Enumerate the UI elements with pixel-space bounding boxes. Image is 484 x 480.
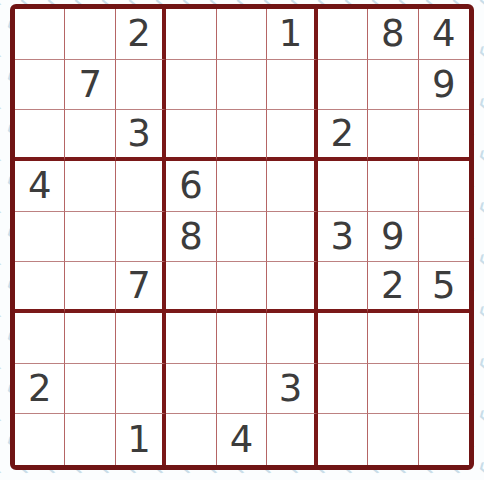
chevron-pattern-glyph: ❮ <box>0 97 3 110</box>
chevron-pattern-glyph: ❮ <box>0 149 3 162</box>
cell-r8c3[interactable] <box>116 364 166 415</box>
cell-r3c7[interactable]: 2 <box>318 110 368 161</box>
cell-r4c5[interactable] <box>217 161 267 212</box>
cell-r2c8[interactable] <box>368 60 418 111</box>
cell-r5c5[interactable] <box>217 212 267 263</box>
cell-r9c4[interactable] <box>166 414 216 465</box>
cell-r6c5[interactable] <box>217 262 267 313</box>
chevron-pattern-glyph: ❮ <box>477 149 484 162</box>
chevron-pattern-glyph: ❮ <box>477 0 484 6</box>
cell-r2c5[interactable] <box>217 60 267 111</box>
cell-r2c4[interactable] <box>166 60 216 111</box>
cell-r8c7[interactable] <box>318 364 368 415</box>
chevron-pattern-glyph: ❮ <box>0 461 3 474</box>
cell-r7c5[interactable] <box>217 313 267 364</box>
chevron-pattern-glyph: ❮ <box>0 253 3 266</box>
chevron-pattern-glyph: ❮ <box>0 305 3 318</box>
cell-r7c1[interactable] <box>15 313 65 364</box>
cell-r8c1[interactable]: 2 <box>15 364 65 415</box>
cell-r7c4[interactable] <box>166 313 216 364</box>
cell-r9c1[interactable] <box>15 414 65 465</box>
cell-r9c6[interactable] <box>267 414 317 465</box>
cell-r1c9[interactable]: 4 <box>419 9 469 60</box>
chevron-pattern-glyph: ❮ <box>477 357 484 370</box>
chevron-pattern-glyph: ❮ <box>477 461 484 474</box>
cell-r9c5[interactable]: 4 <box>217 414 267 465</box>
cell-r2c1[interactable] <box>15 60 65 111</box>
cell-r3c2[interactable] <box>65 110 115 161</box>
chevron-pattern-glyph: ❮ <box>477 409 484 422</box>
chevron-pattern-glyph: ❮ <box>477 253 484 266</box>
cell-r2c9[interactable]: 9 <box>419 60 469 111</box>
cell-r8c4[interactable] <box>166 364 216 415</box>
cell-r1c8[interactable]: 8 <box>368 9 418 60</box>
cell-r6c7[interactable] <box>318 262 368 313</box>
cell-r2c7[interactable] <box>318 60 368 111</box>
cell-r1c1[interactable] <box>15 9 65 60</box>
cell-r9c7[interactable] <box>318 414 368 465</box>
cell-r8c8[interactable] <box>368 364 418 415</box>
cell-r3c4[interactable] <box>166 110 216 161</box>
cell-r7c6[interactable] <box>267 313 317 364</box>
cell-r8c9[interactable] <box>419 364 469 415</box>
cell-r3c5[interactable] <box>217 110 267 161</box>
cell-r4c7[interactable] <box>318 161 368 212</box>
chevron-pattern-glyph: ❮ <box>0 357 3 370</box>
cell-r9c9[interactable] <box>419 414 469 465</box>
cell-r3c9[interactable] <box>419 110 469 161</box>
cell-r3c6[interactable] <box>267 110 317 161</box>
cell-r7c7[interactable] <box>318 313 368 364</box>
cell-r1c5[interactable] <box>217 9 267 60</box>
cell-r1c4[interactable] <box>166 9 216 60</box>
chevron-pattern-glyph: ❮ <box>0 45 3 58</box>
cell-r8c5[interactable] <box>217 364 267 415</box>
cell-r2c3[interactable] <box>116 60 166 111</box>
cell-r6c4[interactable] <box>166 262 216 313</box>
cell-r7c9[interactable] <box>419 313 469 364</box>
cell-r4c4[interactable]: 6 <box>166 161 216 212</box>
cell-r2c6[interactable] <box>267 60 317 111</box>
cell-r4c1[interactable]: 4 <box>15 161 65 212</box>
cell-r6c2[interactable] <box>65 262 115 313</box>
cell-r8c2[interactable] <box>65 364 115 415</box>
cell-r5c3[interactable] <box>116 212 166 263</box>
chevron-pattern-glyph: ❮ <box>0 0 3 6</box>
chevron-pattern-glyph: ❮ <box>0 409 3 422</box>
cell-r5c4[interactable]: 8 <box>166 212 216 263</box>
cell-r1c7[interactable] <box>318 9 368 60</box>
cell-r7c8[interactable] <box>368 313 418 364</box>
cell-r9c2[interactable] <box>65 414 115 465</box>
cell-r6c9[interactable]: 5 <box>419 262 469 313</box>
cell-r5c7[interactable]: 3 <box>318 212 368 263</box>
cell-r9c8[interactable] <box>368 414 418 465</box>
sudoku-board: 21847932468397252314 <box>10 4 474 470</box>
cell-r3c8[interactable] <box>368 110 418 161</box>
cell-r5c6[interactable] <box>267 212 317 263</box>
cell-r5c9[interactable] <box>419 212 469 263</box>
cell-r5c2[interactable] <box>65 212 115 263</box>
cell-r4c9[interactable] <box>419 161 469 212</box>
cell-r5c1[interactable] <box>15 212 65 263</box>
cell-r6c8[interactable]: 2 <box>368 262 418 313</box>
cell-r4c2[interactable] <box>65 161 115 212</box>
cell-r8c6[interactable]: 3 <box>267 364 317 415</box>
cell-r6c3[interactable]: 7 <box>116 262 166 313</box>
cell-r2c2[interactable]: 7 <box>65 60 115 111</box>
cell-r6c1[interactable] <box>15 262 65 313</box>
chevron-pattern-glyph: ❮ <box>477 201 484 214</box>
cell-r1c3[interactable]: 2 <box>116 9 166 60</box>
chevron-pattern-glyph: ❮ <box>477 97 484 110</box>
chevron-pattern-glyph: ❮ <box>0 201 3 214</box>
cell-r1c2[interactable] <box>65 9 115 60</box>
cell-r7c3[interactable] <box>116 313 166 364</box>
chevron-pattern-glyph: ❮ <box>477 45 484 58</box>
cell-r4c6[interactable] <box>267 161 317 212</box>
cell-r4c8[interactable] <box>368 161 418 212</box>
chevron-pattern-glyph: ❮ <box>477 305 484 318</box>
cell-r3c1[interactable] <box>15 110 65 161</box>
cell-r1c6[interactable]: 1 <box>267 9 317 60</box>
cell-r7c2[interactable] <box>65 313 115 364</box>
cell-r4c3[interactable] <box>116 161 166 212</box>
cell-r3c3[interactable]: 3 <box>116 110 166 161</box>
cell-r6c6[interactable] <box>267 262 317 313</box>
cell-r9c3[interactable]: 1 <box>116 414 166 465</box>
cell-r5c8[interactable]: 9 <box>368 212 418 263</box>
